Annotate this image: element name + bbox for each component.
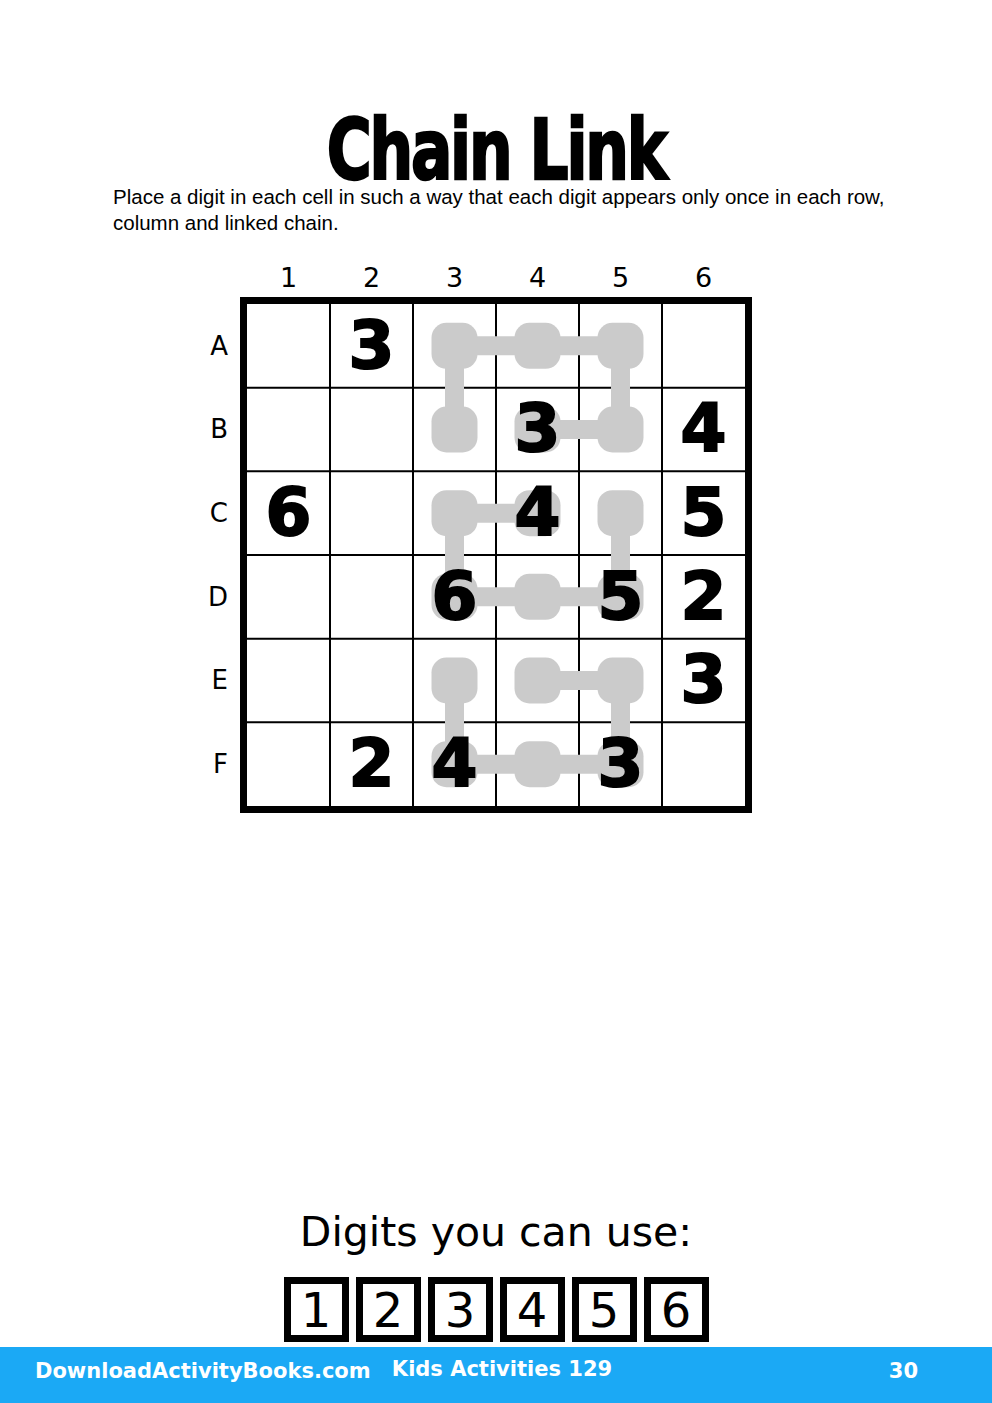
- column-label-1: 1: [247, 265, 330, 293]
- cell-B6[interactable]: 4: [662, 388, 745, 472]
- cell-E2[interactable]: [330, 639, 413, 723]
- column-label-4: 4: [496, 265, 579, 293]
- usable-digit-2: 2: [356, 1277, 421, 1342]
- cell-A3[interactable]: [413, 304, 496, 388]
- cell-E6[interactable]: 3: [662, 639, 745, 723]
- puzzle-board: 3346456523243: [240, 297, 752, 813]
- column-label-5: 5: [579, 265, 662, 293]
- cell-D2[interactable]: [330, 555, 413, 639]
- column-label-6: 6: [662, 265, 745, 293]
- cell-D6[interactable]: 2: [662, 555, 745, 639]
- row-label-F: F: [186, 722, 230, 806]
- cell-E1[interactable]: [247, 639, 330, 723]
- given-digit-C4: 4: [515, 480, 561, 546]
- cell-B4[interactable]: 3: [496, 388, 579, 472]
- cell-A4[interactable]: [496, 304, 579, 388]
- usable-digit-6: 6: [644, 1277, 709, 1342]
- usable-digit-1: 1: [284, 1277, 349, 1342]
- cell-C1[interactable]: 6: [247, 471, 330, 555]
- digits-heading: Digits you can use:: [0, 1210, 992, 1255]
- cell-F2[interactable]: 2: [330, 722, 413, 806]
- cell-F4[interactable]: [496, 722, 579, 806]
- given-digit-A2: 3: [349, 313, 395, 379]
- cell-F3[interactable]: 4: [413, 722, 496, 806]
- footer-book-title: Kids Activities 129: [6, 1357, 992, 1381]
- instructions-text: Place a digit in each cell in such a way…: [113, 184, 899, 236]
- cell-D4[interactable]: [496, 555, 579, 639]
- given-digit-F5: 3: [598, 731, 644, 797]
- given-digit-D5: 5: [598, 564, 644, 630]
- cell-B1[interactable]: [247, 388, 330, 472]
- row-labels: ABCDEF: [186, 304, 230, 806]
- cell-C4[interactable]: 4: [496, 471, 579, 555]
- usable-digit-3: 3: [428, 1277, 493, 1342]
- cell-A5[interactable]: [579, 304, 662, 388]
- cell-A6[interactable]: [662, 304, 745, 388]
- column-label-3: 3: [413, 265, 496, 293]
- cell-C3[interactable]: [413, 471, 496, 555]
- given-digit-B6: 4: [681, 396, 727, 462]
- cell-B2[interactable]: [330, 388, 413, 472]
- row-label-D: D: [186, 555, 230, 639]
- row-label-C: C: [186, 471, 230, 555]
- cell-F5[interactable]: 3: [579, 722, 662, 806]
- given-digit-C1: 6: [266, 480, 312, 546]
- page-title: Chain Link: [134, 108, 858, 192]
- cell-B5[interactable]: [579, 388, 662, 472]
- usable-digits-legend: 123456: [0, 1277, 992, 1342]
- cell-F1[interactable]: [247, 722, 330, 806]
- row-label-B: B: [186, 388, 230, 472]
- usable-digit-4: 4: [500, 1277, 565, 1342]
- given-digit-F2: 2: [349, 731, 395, 797]
- cell-A2[interactable]: 3: [330, 304, 413, 388]
- usable-digit-5: 5: [572, 1277, 637, 1342]
- column-label-2: 2: [330, 265, 413, 293]
- row-label-A: A: [186, 304, 230, 388]
- given-digit-E6: 3: [681, 647, 727, 713]
- cell-E3[interactable]: [413, 639, 496, 723]
- cell-D3[interactable]: 6: [413, 555, 496, 639]
- given-digit-C6: 5: [681, 480, 727, 546]
- cell-E4[interactable]: [496, 639, 579, 723]
- given-digit-D3: 6: [432, 564, 478, 630]
- cell-F6[interactable]: [662, 722, 745, 806]
- cell-D1[interactable]: [247, 555, 330, 639]
- cell-C5[interactable]: [579, 471, 662, 555]
- given-digit-F3: 4: [432, 731, 478, 797]
- footer-bar: DownloadActivityBooks.com Kids Activitie…: [0, 1347, 992, 1403]
- cell-D5[interactable]: 5: [579, 555, 662, 639]
- given-digit-B4: 3: [515, 396, 561, 462]
- cell-C2[interactable]: [330, 471, 413, 555]
- board-cells: 3346456523243: [247, 304, 745, 806]
- cell-E5[interactable]: [579, 639, 662, 723]
- cell-B3[interactable]: [413, 388, 496, 472]
- column-labels: 123456: [247, 265, 745, 293]
- row-label-E: E: [186, 639, 230, 723]
- cell-A1[interactable]: [247, 304, 330, 388]
- given-digit-D6: 2: [681, 564, 727, 630]
- cell-C6[interactable]: 5: [662, 471, 745, 555]
- footer-page-number: 30: [889, 1359, 918, 1383]
